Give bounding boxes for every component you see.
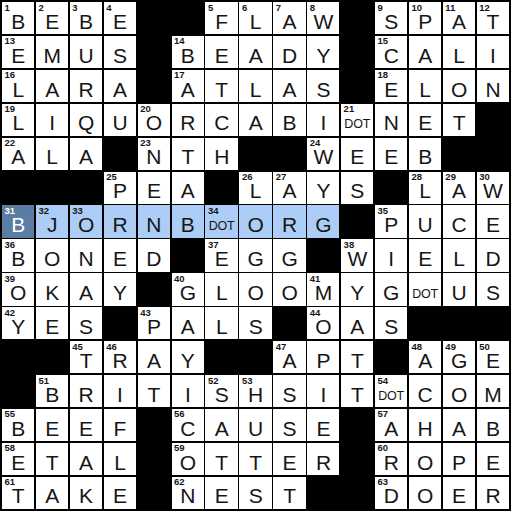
cell-letter: U xyxy=(418,214,433,238)
cell-r1c4[interactable]: 4E xyxy=(104,2,136,34)
cell-letter: T xyxy=(249,452,262,476)
cell-r8c3[interactable]: N xyxy=(70,239,102,271)
cell-r12c9[interactable]: S xyxy=(273,375,305,407)
cell-letter: E xyxy=(486,452,500,476)
black-square-r10c9 xyxy=(273,307,305,339)
cell-r2c7[interactable]: E xyxy=(205,36,237,68)
cell-r12c6[interactable]: I xyxy=(172,375,204,407)
cell-r1c10[interactable]: 8W xyxy=(307,2,339,34)
cell-r7c2[interactable]: 32J xyxy=(36,205,68,237)
cell-r3c1[interactable]: 16L xyxy=(2,70,34,102)
cell-r12c7[interactable]: 52S xyxy=(205,375,237,407)
cell-r14c3[interactable]: A xyxy=(70,443,102,475)
cell-r4c10[interactable]: I xyxy=(307,104,339,136)
cell-r10c10[interactable]: 44O xyxy=(307,307,339,339)
cell-r7c7[interactable]: 34DOT xyxy=(205,205,237,237)
cell-letter: S xyxy=(249,316,263,340)
cell-r5c7[interactable]: H xyxy=(205,138,237,170)
cell-letter: B xyxy=(11,214,25,238)
cell-r3c8[interactable]: L xyxy=(239,70,271,102)
cell-r13c3[interactable]: E xyxy=(70,409,102,441)
cell-letter: E xyxy=(384,146,398,170)
cell-r7c3[interactable]: 33O xyxy=(70,205,102,237)
cell-r4c8[interactable]: A xyxy=(239,104,271,136)
black-square-r13c11 xyxy=(341,409,373,441)
clue-number-32: 32 xyxy=(38,206,49,216)
clue-number-27: 27 xyxy=(276,172,287,182)
cell-r15c14[interactable]: E xyxy=(443,477,475,509)
cell-r12c10[interactable]: I xyxy=(307,375,339,407)
cell-r7c13[interactable]: U xyxy=(409,205,441,237)
cell-r2c12[interactable]: 15C xyxy=(375,36,407,68)
clue-number-9: 9 xyxy=(378,3,383,13)
cell-letter: R xyxy=(78,79,93,103)
cell-letter: E xyxy=(418,248,432,272)
cell-letter: P xyxy=(113,180,127,204)
cell-r3c9[interactable]: A xyxy=(273,70,305,102)
cell-letter: U xyxy=(248,418,263,442)
clue-number-42: 42 xyxy=(5,308,16,318)
cell-r8c4[interactable]: E xyxy=(104,239,136,271)
cell-r13c12[interactable]: 57A xyxy=(375,409,407,441)
cell-r6c4[interactable]: 25P xyxy=(104,172,136,204)
black-square-r11c2 xyxy=(36,341,68,373)
cell-r10c5[interactable]: 43P xyxy=(138,307,170,339)
clue-number-29: 29 xyxy=(445,172,456,182)
cell-letter: E xyxy=(45,316,59,340)
cell-r3c10[interactable]: S xyxy=(307,70,339,102)
cell-letter: W xyxy=(314,11,334,35)
cell-r5c6[interactable]: T xyxy=(172,138,204,170)
cell-letter: I xyxy=(117,384,123,408)
cell-letter: S xyxy=(486,282,500,306)
cell-r3c3[interactable]: R xyxy=(70,70,102,102)
cell-letter: A xyxy=(452,418,466,442)
cell-r5c3[interactable]: A xyxy=(70,138,102,170)
cell-r2c10[interactable]: Y xyxy=(307,36,339,68)
cell-r13c13[interactable]: H xyxy=(409,409,441,441)
cell-r5c13[interactable]: B xyxy=(409,138,441,170)
cell-r5c12[interactable]: E xyxy=(375,138,407,170)
cell-r13c10[interactable]: E xyxy=(307,409,339,441)
cell-letter: Y xyxy=(316,180,330,204)
clue-number-48: 48 xyxy=(411,342,422,352)
cell-letter: T xyxy=(147,384,160,408)
cell-letter: O xyxy=(247,214,263,238)
cell-r8c1[interactable]: 36B xyxy=(2,239,34,271)
cell-r5c11[interactable]: E xyxy=(341,138,373,170)
cell-letter: K xyxy=(79,485,93,509)
clue-number-20: 20 xyxy=(140,104,151,114)
clue-number-31: 31 xyxy=(5,206,16,216)
cell-r4c14[interactable]: T xyxy=(443,104,475,136)
black-square-r8c10 xyxy=(307,239,339,271)
cell-letter: A xyxy=(452,180,466,204)
cell-r4c12[interactable]: N xyxy=(375,104,407,136)
cell-r1c3[interactable]: 3B xyxy=(70,2,102,34)
cell-letter: R xyxy=(485,485,500,509)
cell-r9c14[interactable]: U xyxy=(443,273,475,305)
cell-r14c13[interactable]: O xyxy=(409,443,441,475)
cell-r11c6[interactable]: Y xyxy=(172,341,204,373)
cell-r9c7[interactable]: L xyxy=(205,273,237,305)
cell-r10c8[interactable]: S xyxy=(239,307,271,339)
cell-letter: T xyxy=(46,452,59,476)
cell-r12c5[interactable]: T xyxy=(138,375,170,407)
clue-number-14: 14 xyxy=(174,36,185,46)
cell-letter: G xyxy=(281,248,297,272)
cell-letter: I xyxy=(321,112,327,136)
cell-r3c15[interactable]: N xyxy=(477,70,509,102)
cell-r13c9[interactable]: S xyxy=(273,409,305,441)
cell-r2c13[interactable]: A xyxy=(409,36,441,68)
cell-r15c6[interactable]: 62N xyxy=(172,477,204,509)
cell-r5c2[interactable]: L xyxy=(36,138,68,170)
clue-number-30: 30 xyxy=(479,172,490,182)
cell-r9c8[interactable]: O xyxy=(239,273,271,305)
cell-r9c10[interactable]: 41M xyxy=(307,273,339,305)
cell-r6c13[interactable]: 28L xyxy=(409,172,441,204)
cell-r13c8[interactable]: U xyxy=(239,409,271,441)
cell-r3c7[interactable]: T xyxy=(205,70,237,102)
cell-r7c9[interactable]: R xyxy=(273,205,305,237)
cell-letter: E xyxy=(384,79,398,103)
cell-r7c5[interactable]: N xyxy=(138,205,170,237)
cell-r15c3[interactable]: K xyxy=(70,477,102,509)
cell-r5c5[interactable]: 23N xyxy=(138,138,170,170)
cell-r13c2[interactable]: E xyxy=(36,409,68,441)
cell-r9c2[interactable]: K xyxy=(36,273,68,305)
cell-r15c1[interactable]: 61T xyxy=(2,477,34,509)
cell-r7c6[interactable]: B xyxy=(172,205,204,237)
cell-letter: I xyxy=(388,248,394,272)
cell-r9c1[interactable]: 39O xyxy=(2,273,34,305)
cell-letter: S xyxy=(384,316,398,340)
clue-number-26: 26 xyxy=(242,172,253,182)
cell-r9c15[interactable]: S xyxy=(477,273,509,305)
cell-letter: A xyxy=(384,418,398,442)
cell-r10c2[interactable]: E xyxy=(36,307,68,339)
cell-r12c15[interactable]: M xyxy=(477,375,509,407)
cell-letter: T xyxy=(181,146,194,170)
cell-letter: L xyxy=(250,79,261,103)
cell-letter: E xyxy=(486,214,500,238)
clue-number-47: 47 xyxy=(276,342,287,352)
clue-number-8: 8 xyxy=(310,3,315,13)
cell-letter: F xyxy=(215,11,228,35)
cell-r6c6[interactable]: A xyxy=(172,172,204,204)
cell-r12c2[interactable]: 51B xyxy=(36,375,68,407)
cell-r11c5[interactable]: A xyxy=(138,341,170,373)
cell-r13c7[interactable]: A xyxy=(205,409,237,441)
cell-r12c14[interactable]: O xyxy=(443,375,475,407)
cell-r1c8[interactable]: 6L xyxy=(239,2,271,34)
cell-r6c9[interactable]: 27A xyxy=(273,172,305,204)
cell-r11c9[interactable]: 47A xyxy=(273,341,305,373)
cell-letter: L xyxy=(453,248,464,272)
cell-r2c1[interactable]: 13E xyxy=(2,36,34,68)
cell-r11c10[interactable]: P xyxy=(307,341,339,373)
rebus-letter: DOT xyxy=(378,390,404,408)
cell-r13c4[interactable]: F xyxy=(104,409,136,441)
cell-r7c1[interactable]: 31B xyxy=(2,205,34,237)
cell-r7c14[interactable]: C xyxy=(443,205,475,237)
cell-letter: E xyxy=(147,180,161,204)
cell-r8c13[interactable]: E xyxy=(409,239,441,271)
cell-r14c10[interactable]: R xyxy=(307,443,339,475)
cell-letter: L xyxy=(453,45,464,69)
cell-letter: R xyxy=(180,112,195,136)
cell-r1c9[interactable]: 7A xyxy=(273,2,305,34)
cell-r15c9[interactable]: T xyxy=(273,477,305,509)
cell-r7c12[interactable]: 35P xyxy=(375,205,407,237)
cell-letter: D xyxy=(384,485,399,509)
clue-number-15: 15 xyxy=(378,36,389,46)
cell-letter: W xyxy=(483,180,503,204)
black-square-r5c9 xyxy=(273,138,305,170)
cell-r11c14[interactable]: 49G xyxy=(443,341,475,373)
cell-r14c14[interactable]: P xyxy=(443,443,475,475)
cell-r13c6[interactable]: 56C xyxy=(172,409,204,441)
crossword-board: 1B2E3B4E5F6L7A8W9S10P11A12T13EMUS14BEADY… xyxy=(0,0,511,511)
cell-r6c10[interactable]: Y xyxy=(307,172,339,204)
cell-letter: E xyxy=(350,146,364,170)
cell-r10c7[interactable]: L xyxy=(205,307,237,339)
cell-letter: C xyxy=(180,418,195,442)
cell-r8c14[interactable]: L xyxy=(443,239,475,271)
cell-r2c4[interactable]: S xyxy=(104,36,136,68)
cell-r4c7[interactable]: C xyxy=(205,104,237,136)
cell-r6c5[interactable]: E xyxy=(138,172,170,204)
cell-r14c15[interactable]: E xyxy=(477,443,509,475)
cell-r14c12[interactable]: 60R xyxy=(375,443,407,475)
cell-letter: S xyxy=(350,180,364,204)
cell-r4c2[interactable]: I xyxy=(36,104,68,136)
cell-r5c1[interactable]: 22A xyxy=(2,138,34,170)
cell-letter: L xyxy=(419,79,430,103)
cell-r8c7[interactable]: 37E xyxy=(205,239,237,271)
cell-r4c1[interactable]: 19L xyxy=(2,104,34,136)
cell-letter: P xyxy=(316,350,330,374)
cell-r2c8[interactable]: A xyxy=(239,36,271,68)
cell-r11c11[interactable]: T xyxy=(341,341,373,373)
black-square-r1c11 xyxy=(341,2,373,34)
cell-letter: L xyxy=(419,180,430,204)
cell-r9c9[interactable]: O xyxy=(273,273,305,305)
cell-r11c4[interactable]: 46R xyxy=(104,341,136,373)
cell-letter: M xyxy=(315,282,332,306)
cell-letter: L xyxy=(46,146,57,170)
cell-r4c4[interactable]: U xyxy=(104,104,136,136)
cell-letter: A xyxy=(249,112,263,136)
cell-letter: T xyxy=(215,79,228,103)
cell-r9c4[interactable]: Y xyxy=(104,273,136,305)
cell-letter: P xyxy=(384,214,398,238)
clue-number-38: 38 xyxy=(344,240,355,250)
cell-letter: L xyxy=(216,282,227,306)
cell-r1c14[interactable]: 11A xyxy=(443,2,475,34)
cell-r8c9[interactable]: G xyxy=(273,239,305,271)
cell-r1c13[interactable]: 10P xyxy=(409,2,441,34)
cell-letter: A xyxy=(181,79,195,103)
cell-letter: P xyxy=(452,452,466,476)
cell-r14c8[interactable]: T xyxy=(239,443,271,475)
cell-r6c14[interactable]: 29A xyxy=(443,172,475,204)
cell-r15c7[interactable]: E xyxy=(205,477,237,509)
cell-r1c1[interactable]: 1B xyxy=(2,2,34,34)
cell-r10c11[interactable]: A xyxy=(341,307,373,339)
cell-r12c4[interactable]: I xyxy=(104,375,136,407)
cell-r10c12[interactable]: S xyxy=(375,307,407,339)
cell-r8c12[interactable]: I xyxy=(375,239,407,271)
clue-number-22: 22 xyxy=(5,138,16,148)
cell-letter: F xyxy=(114,418,127,442)
black-square-r5c4 xyxy=(104,138,136,170)
cell-r9c6[interactable]: 40G xyxy=(172,273,204,305)
clue-number-56: 56 xyxy=(174,409,185,419)
cell-r4c5[interactable]: 20O xyxy=(138,104,170,136)
black-square-r1c6 xyxy=(172,2,204,34)
cell-r2c14[interactable]: L xyxy=(443,36,475,68)
cell-r1c2[interactable]: 2E xyxy=(36,2,68,34)
cell-r7c10[interactable]: G xyxy=(307,205,339,237)
cell-r4c9[interactable]: B xyxy=(273,104,305,136)
cell-letter: E xyxy=(11,45,25,69)
cell-r10c1[interactable]: 42Y xyxy=(2,307,34,339)
cell-r3c6[interactable]: 17A xyxy=(172,70,204,102)
cell-r9c12[interactable]: G xyxy=(375,273,407,305)
clue-number-35: 35 xyxy=(378,206,389,216)
cell-letter: G xyxy=(247,248,263,272)
clue-number-59: 59 xyxy=(174,443,185,453)
cell-r13c14[interactable]: A xyxy=(443,409,475,441)
cell-letter: I xyxy=(49,112,55,136)
cell-letter: A xyxy=(147,350,161,374)
cell-r14c9[interactable]: E xyxy=(273,443,305,475)
cell-r15c2[interactable]: A xyxy=(36,477,68,509)
cell-r6c8[interactable]: 26L xyxy=(239,172,271,204)
clue-number-39: 39 xyxy=(5,274,16,284)
clue-number-63: 63 xyxy=(378,477,389,487)
cell-r7c15[interactable]: E xyxy=(477,205,509,237)
cell-letter: O xyxy=(417,485,433,509)
cell-letter: H xyxy=(214,146,229,170)
cell-r2c2[interactable]: M xyxy=(36,36,68,68)
cell-letter: T xyxy=(12,485,25,509)
cell-r11c13[interactable]: 48A xyxy=(409,341,441,373)
cell-letter: P xyxy=(418,11,432,35)
cell-r12c3[interactable]: R xyxy=(70,375,102,407)
cell-r14c2[interactable]: T xyxy=(36,443,68,475)
cell-r13c15[interactable]: B xyxy=(477,409,509,441)
clue-number-54: 54 xyxy=(378,376,389,386)
cell-r2c15[interactable]: I xyxy=(477,36,509,68)
cell-r5c10[interactable]: 24W xyxy=(307,138,339,170)
cell-letter: K xyxy=(45,282,59,306)
cell-letter: O xyxy=(451,384,467,408)
cell-r12c8[interactable]: 53H xyxy=(239,375,271,407)
cell-letter: B xyxy=(283,112,297,136)
cell-r4c13[interactable]: E xyxy=(409,104,441,136)
cell-letter: C xyxy=(214,112,229,136)
black-square-r8c6 xyxy=(172,239,204,271)
cell-r1c7[interactable]: 5F xyxy=(205,2,237,34)
cell-r12c13[interactable]: C xyxy=(409,375,441,407)
cell-r14c6[interactable]: 59O xyxy=(172,443,204,475)
cell-r9c11[interactable]: Y xyxy=(341,273,373,305)
cell-r7c8[interactable]: O xyxy=(239,205,271,237)
cell-r3c12[interactable]: 18E xyxy=(375,70,407,102)
cell-r15c13[interactable]: O xyxy=(409,477,441,509)
cell-r3c4[interactable]: A xyxy=(104,70,136,102)
cell-r15c4[interactable]: E xyxy=(104,477,136,509)
cell-r9c3[interactable]: A xyxy=(70,273,102,305)
cell-r2c3[interactable]: U xyxy=(70,36,102,68)
cell-r13c1[interactable]: 55B xyxy=(2,409,34,441)
cell-r14c7[interactable]: T xyxy=(205,443,237,475)
cell-letter: T xyxy=(453,112,466,136)
cell-letter: Y xyxy=(11,316,25,340)
cell-r8c11[interactable]: 38W xyxy=(341,239,373,271)
black-square-r10c13 xyxy=(409,307,441,339)
cell-r2c9[interactable]: D xyxy=(273,36,305,68)
cell-r4c11[interactable]: 21DOT xyxy=(341,104,373,136)
cell-letter: O xyxy=(247,282,263,306)
cell-r14c4[interactable]: L xyxy=(104,443,136,475)
cell-r11c15[interactable]: 50E xyxy=(477,341,509,373)
cell-r6c15[interactable]: 30W xyxy=(477,172,509,204)
clue-number-55: 55 xyxy=(5,409,16,419)
cell-r10c6[interactable]: A xyxy=(172,307,204,339)
cell-r7c4[interactable]: R xyxy=(104,205,136,237)
cell-r15c8[interactable]: S xyxy=(239,477,271,509)
cell-r2c6[interactable]: 14B xyxy=(172,36,204,68)
cell-r14c1[interactable]: 58E xyxy=(2,443,34,475)
cell-r4c3[interactable]: Q xyxy=(70,104,102,136)
cell-r10c3[interactable]: S xyxy=(70,307,102,339)
cell-r3c14[interactable]: O xyxy=(443,70,475,102)
cell-r4c6[interactable]: R xyxy=(172,104,204,136)
cell-r1c15[interactable]: 12T xyxy=(477,2,509,34)
black-square-r11c1 xyxy=(2,341,34,373)
clue-number-23: 23 xyxy=(140,138,151,148)
cell-r8c5[interactable]: D xyxy=(138,239,170,271)
cell-r12c11[interactable]: T xyxy=(341,375,373,407)
cell-r15c15[interactable]: R xyxy=(477,477,509,509)
black-square-r3c11 xyxy=(341,70,373,102)
cell-letter: N xyxy=(146,214,161,238)
cell-r3c2[interactable]: A xyxy=(36,70,68,102)
cell-r12c12[interactable]: 54DOT xyxy=(375,375,407,407)
cell-letter: B xyxy=(11,248,25,272)
cell-letter: O xyxy=(10,282,26,306)
cell-letter: O xyxy=(281,282,297,306)
cell-r3c13[interactable]: L xyxy=(409,70,441,102)
cell-r11c3[interactable]: 45T xyxy=(70,341,102,373)
cell-r1c12[interactable]: 9S xyxy=(375,2,407,34)
cell-r6c11[interactable]: S xyxy=(341,172,373,204)
cell-letter: G xyxy=(451,350,467,374)
black-square-r6c1 xyxy=(2,172,34,204)
cell-r15c12[interactable]: 63D xyxy=(375,477,407,509)
cell-r8c2[interactable]: O xyxy=(36,239,68,271)
cell-r8c15[interactable]: D xyxy=(477,239,509,271)
cell-letter: O xyxy=(44,248,60,272)
cell-r8c8[interactable]: G xyxy=(239,239,271,271)
cell-letter: L xyxy=(12,79,23,103)
cell-r9c13[interactable]: DOT xyxy=(409,273,441,305)
clue-number-3: 3 xyxy=(72,3,77,13)
